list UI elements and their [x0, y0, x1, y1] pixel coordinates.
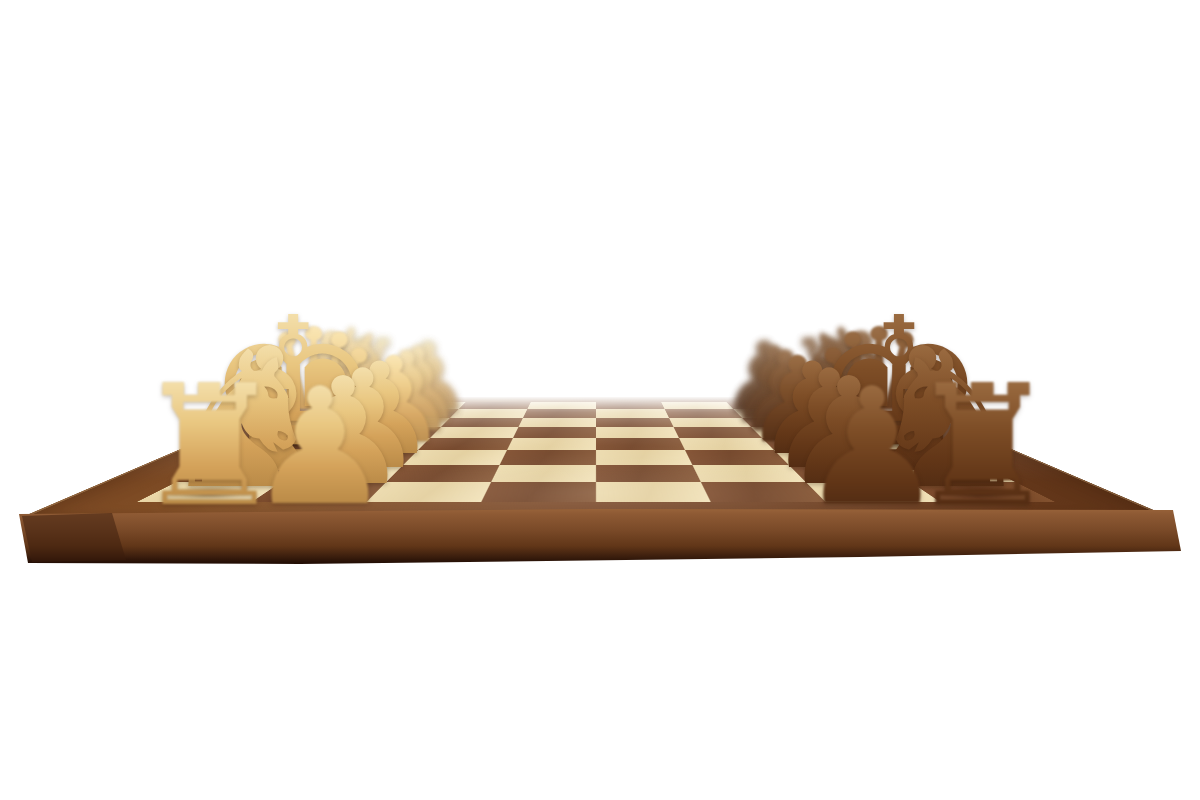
piece-white-pawn-h2[interactable]: ♟	[247, 367, 392, 529]
chess-photo-canvas: ♜♞♝♛♚♝♞♜♟♟♟♟♟♟♟♟♜♞♝♛♚♝♞♜♟♟♟♟♟♟♟♟	[0, 0, 1200, 800]
piece-black-pawn-h7[interactable]: ♟	[800, 367, 945, 529]
pieces-layer: ♜♞♝♛♚♝♞♜♟♟♟♟♟♟♟♟♜♞♝♛♚♝♞♜♟♟♟♟♟♟♟♟	[0, 0, 1200, 800]
